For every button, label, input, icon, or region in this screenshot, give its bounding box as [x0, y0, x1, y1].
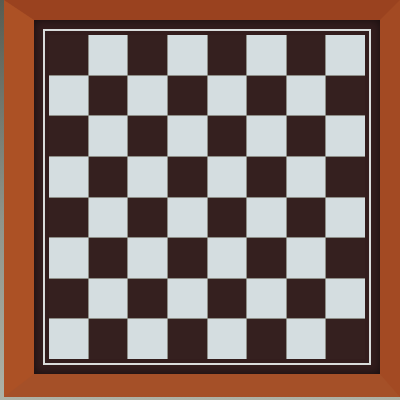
board-grid [49, 35, 365, 359]
square-r3-c3-dark[interactable] [168, 157, 207, 197]
square-r7-c4-light[interactable] [208, 319, 247, 359]
square-r2-c1-light[interactable] [89, 116, 128, 156]
square-r7-c6-light[interactable] [287, 319, 326, 359]
square-r2-c7-light[interactable] [326, 116, 365, 156]
square-r1-c5-dark[interactable] [247, 76, 286, 116]
square-r0-c5-light[interactable] [247, 35, 286, 75]
square-r2-c0-dark[interactable] [49, 116, 88, 156]
square-r1-c4-light[interactable] [208, 76, 247, 116]
square-r4-c6-dark[interactable] [287, 198, 326, 238]
square-r4-c1-light[interactable] [89, 198, 128, 238]
square-r1-c6-light[interactable] [287, 76, 326, 116]
square-r6-c0-dark[interactable] [49, 279, 88, 319]
square-r6-c7-light[interactable] [326, 279, 365, 319]
square-r0-c7-light[interactable] [326, 35, 365, 75]
square-r2-c4-dark[interactable] [208, 116, 247, 156]
square-r3-c2-light[interactable] [128, 157, 167, 197]
square-r2-c6-dark[interactable] [287, 116, 326, 156]
square-r5-c1-dark[interactable] [89, 238, 128, 278]
square-r1-c1-dark[interactable] [89, 76, 128, 116]
square-r6-c1-light[interactable] [89, 279, 128, 319]
square-r2-c3-light[interactable] [168, 116, 207, 156]
square-r7-c0-light[interactable] [49, 319, 88, 359]
square-r3-c4-light[interactable] [208, 157, 247, 197]
square-r3-c1-dark[interactable] [89, 157, 128, 197]
square-r6-c6-dark[interactable] [287, 279, 326, 319]
board-field [34, 20, 380, 374]
square-r5-c3-dark[interactable] [168, 238, 207, 278]
square-r1-c0-light[interactable] [49, 76, 88, 116]
square-r0-c2-dark[interactable] [128, 35, 167, 75]
square-r5-c4-light[interactable] [208, 238, 247, 278]
square-r5-c6-light[interactable] [287, 238, 326, 278]
square-r7-c1-dark[interactable] [89, 319, 128, 359]
square-r2-c5-light[interactable] [247, 116, 286, 156]
square-r4-c4-dark[interactable] [208, 198, 247, 238]
square-r3-c7-dark[interactable] [326, 157, 365, 197]
square-r1-c3-dark[interactable] [168, 76, 207, 116]
square-r5-c5-dark[interactable] [247, 238, 286, 278]
square-r0-c4-dark[interactable] [208, 35, 247, 75]
square-r0-c0-dark[interactable] [49, 35, 88, 75]
square-r7-c2-light[interactable] [128, 319, 167, 359]
square-r0-c3-light[interactable] [168, 35, 207, 75]
square-r3-c5-dark[interactable] [247, 157, 286, 197]
square-r7-c3-dark[interactable] [168, 319, 207, 359]
square-r4-c3-light[interactable] [168, 198, 207, 238]
square-r6-c2-dark[interactable] [128, 279, 167, 319]
square-r0-c1-light[interactable] [89, 35, 128, 75]
square-r6-c4-dark[interactable] [208, 279, 247, 319]
square-r6-c5-light[interactable] [247, 279, 286, 319]
square-r0-c6-dark[interactable] [287, 35, 326, 75]
square-r5-c2-light[interactable] [128, 238, 167, 278]
square-r1-c7-dark[interactable] [326, 76, 365, 116]
square-r4-c7-light[interactable] [326, 198, 365, 238]
square-r7-c5-dark[interactable] [247, 319, 286, 359]
inset-border-line [43, 29, 371, 365]
square-r2-c2-dark[interactable] [128, 116, 167, 156]
square-r4-c5-light[interactable] [247, 198, 286, 238]
square-r4-c0-dark[interactable] [49, 198, 88, 238]
square-r6-c3-light[interactable] [168, 279, 207, 319]
wooden-frame [4, 0, 400, 397]
square-r7-c7-dark[interactable] [326, 319, 365, 359]
square-r3-c6-light[interactable] [287, 157, 326, 197]
square-r1-c2-light[interactable] [128, 76, 167, 116]
photo-background [0, 0, 400, 400]
square-r5-c7-dark[interactable] [326, 238, 365, 278]
square-r4-c2-dark[interactable] [128, 198, 167, 238]
square-r3-c0-light[interactable] [49, 157, 88, 197]
square-r5-c0-light[interactable] [49, 238, 88, 278]
